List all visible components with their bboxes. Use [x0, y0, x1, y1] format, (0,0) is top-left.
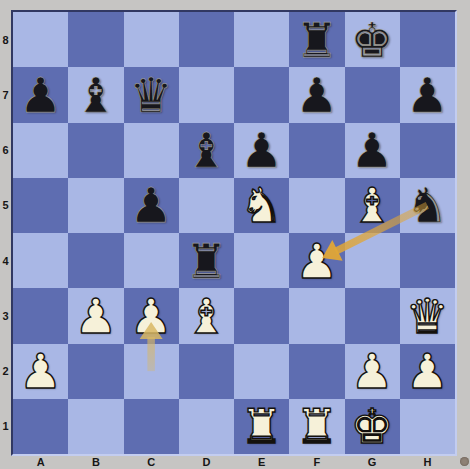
square-a8[interactable]	[13, 12, 68, 67]
piece-wP-f4[interactable]: ♟	[289, 233, 344, 288]
piece-wB-d3[interactable]: ♝	[179, 288, 234, 343]
square-e4[interactable]	[234, 233, 289, 288]
square-b7[interactable]: ♝	[68, 67, 123, 122]
square-f5[interactable]	[289, 178, 344, 233]
file-label-h: H	[400, 454, 455, 469]
square-c5[interactable]: ♟	[124, 178, 179, 233]
piece-bN-h5[interactable]: ♞	[400, 178, 455, 233]
rank-label-4: 4	[0, 233, 11, 288]
square-g8[interactable]: ♚	[345, 12, 400, 67]
square-e1[interactable]: ♜	[234, 399, 289, 454]
square-c7[interactable]: ♛	[124, 67, 179, 122]
square-b6[interactable]	[68, 123, 123, 178]
piece-wP-b3[interactable]: ♟	[68, 288, 123, 343]
square-d4[interactable]: ♜	[179, 233, 234, 288]
chess-board: ♜♚♟♝♛♟♟♝♟♟♟♞♝♞♜♟♟♟♝♛♟♟♟♜♜♚	[11, 10, 457, 456]
square-b1[interactable]	[68, 399, 123, 454]
square-a6[interactable]	[13, 123, 68, 178]
square-h1[interactable]	[400, 399, 455, 454]
resize-grip-dot	[460, 457, 469, 466]
rank-label-5: 5	[0, 178, 11, 233]
square-c6[interactable]	[124, 123, 179, 178]
square-f1[interactable]: ♜	[289, 399, 344, 454]
piece-wK-g1[interactable]: ♚	[345, 399, 400, 454]
square-a5[interactable]	[13, 178, 68, 233]
square-f4[interactable]: ♟	[289, 233, 344, 288]
file-label-d: D	[179, 454, 234, 469]
square-c1[interactable]	[124, 399, 179, 454]
piece-bK-g8[interactable]: ♚	[345, 12, 400, 67]
square-h3[interactable]: ♛	[400, 288, 455, 343]
file-label-c: C	[124, 454, 179, 469]
file-label-e: E	[234, 454, 289, 469]
file-label-g: G	[345, 454, 400, 469]
file-label-a: A	[13, 454, 68, 469]
rank-label-6: 6	[0, 123, 11, 178]
piece-wR-f1[interactable]: ♜	[289, 399, 344, 454]
square-a3[interactable]	[13, 288, 68, 343]
rank-label-7: 7	[0, 67, 11, 122]
square-g1[interactable]: ♚	[345, 399, 400, 454]
square-f2[interactable]	[289, 344, 344, 399]
rank-label-3: 3	[0, 288, 11, 343]
square-d1[interactable]	[179, 399, 234, 454]
square-f8[interactable]: ♜	[289, 12, 344, 67]
square-e2[interactable]	[234, 344, 289, 399]
rank-label-2: 2	[0, 344, 11, 399]
piece-wP-a2[interactable]: ♟	[13, 344, 68, 399]
piece-wR-e1[interactable]: ♜	[234, 399, 289, 454]
square-e8[interactable]	[234, 12, 289, 67]
square-d8[interactable]	[179, 12, 234, 67]
square-a4[interactable]	[13, 233, 68, 288]
square-a2[interactable]: ♟	[13, 344, 68, 399]
rank-label-8: 8	[0, 12, 11, 67]
square-h7[interactable]: ♟	[400, 67, 455, 122]
square-d5[interactable]	[179, 178, 234, 233]
piece-bP-h7[interactable]: ♟	[400, 67, 455, 122]
square-h2[interactable]: ♟	[400, 344, 455, 399]
square-g4[interactable]	[345, 233, 400, 288]
square-b2[interactable]	[68, 344, 123, 399]
square-b4[interactable]	[68, 233, 123, 288]
chess-app-frame: ♜♚♟♝♛♟♟♝♟♟♟♞♝♞♜♟♟♟♝♛♟♟♟♜♜♚ 87654321 ABCD…	[0, 0, 470, 469]
square-b8[interactable]	[68, 12, 123, 67]
square-g7[interactable]	[345, 67, 400, 122]
file-label-f: F	[289, 454, 344, 469]
square-d7[interactable]	[179, 67, 234, 122]
square-f3[interactable]	[289, 288, 344, 343]
square-a7[interactable]: ♟	[13, 67, 68, 122]
piece-bR-f8[interactable]: ♜	[289, 12, 344, 67]
piece-bP-g6[interactable]: ♟	[345, 123, 400, 178]
rank-label-1: 1	[0, 399, 11, 454]
square-g2[interactable]: ♟	[345, 344, 400, 399]
square-e7[interactable]	[234, 67, 289, 122]
square-e3[interactable]	[234, 288, 289, 343]
rank-labels: 87654321	[0, 12, 11, 454]
square-f7[interactable]: ♟	[289, 67, 344, 122]
square-e5[interactable]: ♞	[234, 178, 289, 233]
piece-wN-e5[interactable]: ♞	[234, 178, 289, 233]
piece-wP-h2[interactable]: ♟	[400, 344, 455, 399]
piece-bP-a7[interactable]: ♟	[13, 67, 68, 122]
piece-wP-g2[interactable]: ♟	[345, 344, 400, 399]
square-c2[interactable]	[124, 344, 179, 399]
square-g6[interactable]: ♟	[345, 123, 400, 178]
square-h5[interactable]: ♞	[400, 178, 455, 233]
square-d2[interactable]	[179, 344, 234, 399]
piece-bP-f7[interactable]: ♟	[289, 67, 344, 122]
square-g5[interactable]: ♝	[345, 178, 400, 233]
square-f6[interactable]	[289, 123, 344, 178]
square-a1[interactable]	[13, 399, 68, 454]
square-c8[interactable]	[124, 12, 179, 67]
piece-bQ-c7[interactable]: ♛	[124, 67, 179, 122]
square-d3[interactable]: ♝	[179, 288, 234, 343]
square-c3[interactable]: ♟	[124, 288, 179, 343]
piece-wP-c3[interactable]: ♟	[124, 288, 179, 343]
piece-wQ-h3[interactable]: ♛	[400, 288, 455, 343]
square-e6[interactable]: ♟	[234, 123, 289, 178]
file-label-b: B	[68, 454, 123, 469]
piece-bR-d4[interactable]: ♜	[179, 233, 234, 288]
square-h6[interactable]	[400, 123, 455, 178]
file-labels: ABCDEFGH	[13, 454, 455, 469]
square-g3[interactable]	[345, 288, 400, 343]
square-d6[interactable]: ♝	[179, 123, 234, 178]
square-b5[interactable]	[68, 178, 123, 233]
piece-wB-g5[interactable]: ♝	[345, 178, 400, 233]
square-h8[interactable]	[400, 12, 455, 67]
piece-bP-e6[interactable]: ♟	[234, 123, 289, 178]
piece-bB-d6[interactable]: ♝	[179, 123, 234, 178]
square-b3[interactable]: ♟	[68, 288, 123, 343]
square-h4[interactable]	[400, 233, 455, 288]
piece-bB-b7[interactable]: ♝	[68, 67, 123, 122]
square-c4[interactable]	[124, 233, 179, 288]
piece-bP-c5[interactable]: ♟	[124, 178, 179, 233]
